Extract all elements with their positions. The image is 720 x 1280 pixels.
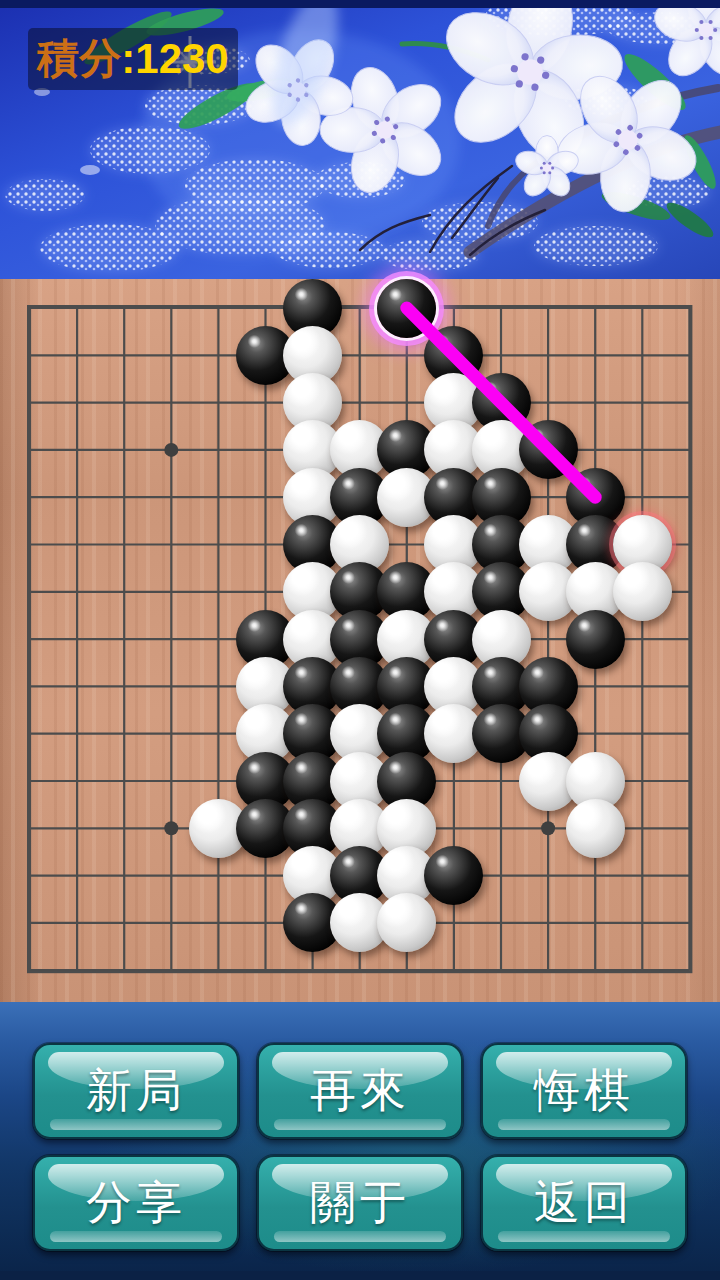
button-label: 返回 [534,1172,634,1234]
black-stone [377,279,436,338]
top-strip [0,0,720,8]
black-stone [424,846,483,905]
share-button[interactable]: 分享 [33,1155,239,1251]
white-stone [377,893,436,952]
white-stone [613,562,672,621]
button-label: 關于 [310,1172,410,1234]
score-separator: : [121,35,135,83]
black-stone [519,420,578,479]
back-button[interactable]: 返回 [481,1155,687,1251]
about-button[interactable]: 關于 [257,1155,463,1251]
button-label: 分享 [86,1172,186,1234]
button-label: 悔棋 [534,1060,634,1122]
game-board[interactable] [0,279,720,1002]
white-stone [566,799,625,858]
new-game-button[interactable]: 新局 [33,1043,239,1139]
stones-layer [0,279,720,1002]
button-label: 再來 [310,1060,410,1122]
again-button[interactable]: 再來 [257,1043,463,1139]
undo-button[interactable]: 悔棋 [481,1043,687,1139]
button-panel: 新局 再來 悔棋 分享 關于 返回 [0,1002,720,1280]
black-stone [566,610,625,669]
score-display: 積分:1230 [28,28,238,90]
score-label: 積分 [37,31,121,87]
floral-header: 積分:1230 [0,0,720,279]
score-value: 1230 [135,35,228,83]
button-label: 新局 [86,1060,186,1122]
app-screen: 積分:1230 新局 再來 悔棋 分享 關于 返回 [0,0,720,1280]
